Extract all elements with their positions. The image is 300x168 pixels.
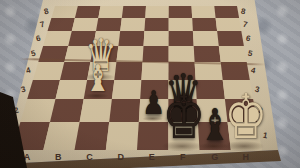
white-bishop-piece: ♝ [85,60,111,97]
pieces-layer: ♛♝♟♛♚♝♚ [0,0,300,168]
white-king-piece: ♚ [224,85,267,147]
chessboard-photo: ABCDEFGH8877665544332211 ♛♝♟♛♚♝♚ [0,0,300,168]
